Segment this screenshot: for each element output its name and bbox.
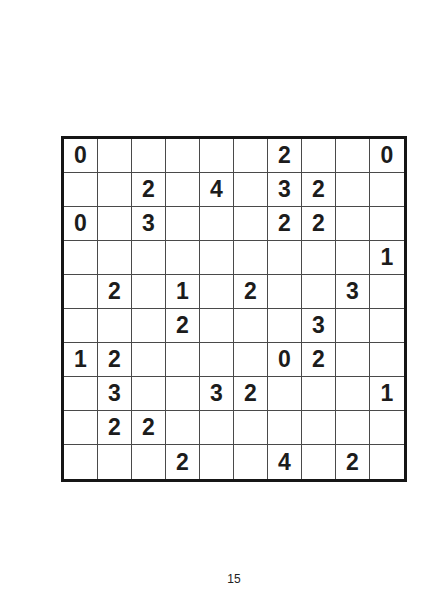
cell-r1c2[interactable] xyxy=(98,139,132,173)
cell-r2c10[interactable] xyxy=(370,173,404,207)
cell-r6c10[interactable] xyxy=(370,309,404,343)
cell-r10c1[interactable] xyxy=(64,445,98,479)
cell-r6c9[interactable] xyxy=(336,309,370,343)
cell-r7c3[interactable] xyxy=(132,343,166,377)
cell-r9c8[interactable] xyxy=(302,411,336,445)
cell-r8c3[interactable] xyxy=(132,377,166,411)
cell-r8c7[interactable] xyxy=(268,377,302,411)
cell-r3c5[interactable] xyxy=(200,207,234,241)
cell-r3c7[interactable]: 2 xyxy=(268,207,302,241)
cell-r4c10[interactable]: 1 xyxy=(370,241,404,275)
cell-r8c6[interactable]: 2 xyxy=(234,377,268,411)
cell-r4c9[interactable] xyxy=(336,241,370,275)
cell-r9c2[interactable]: 2 xyxy=(98,411,132,445)
cell-r3c8[interactable]: 2 xyxy=(302,207,336,241)
cell-r6c4[interactable]: 2 xyxy=(166,309,200,343)
cell-r10c2[interactable] xyxy=(98,445,132,479)
cell-r1c5[interactable] xyxy=(200,139,234,173)
cell-r10c7[interactable]: 4 xyxy=(268,445,302,479)
cell-r6c7[interactable] xyxy=(268,309,302,343)
cell-r8c2[interactable]: 3 xyxy=(98,377,132,411)
cell-r1c4[interactable] xyxy=(166,139,200,173)
cell-r4c1[interactable] xyxy=(64,241,98,275)
cell-r5c6[interactable]: 2 xyxy=(234,275,268,309)
cell-r2c5[interactable]: 4 xyxy=(200,173,234,207)
cell-r9c7[interactable] xyxy=(268,411,302,445)
cell-r8c5[interactable]: 3 xyxy=(200,377,234,411)
cell-r7c9[interactable] xyxy=(336,343,370,377)
cell-r2c6[interactable] xyxy=(234,173,268,207)
cell-r3c1[interactable]: 0 xyxy=(64,207,98,241)
cell-r6c8[interactable]: 3 xyxy=(302,309,336,343)
cell-r7c10[interactable] xyxy=(370,343,404,377)
cell-r5c5[interactable] xyxy=(200,275,234,309)
cell-r3c4[interactable] xyxy=(166,207,200,241)
cell-r6c1[interactable] xyxy=(64,309,98,343)
cell-r6c6[interactable] xyxy=(234,309,268,343)
cell-r9c10[interactable] xyxy=(370,411,404,445)
cell-r2c2[interactable] xyxy=(98,173,132,207)
cell-r4c8[interactable] xyxy=(302,241,336,275)
cell-r10c8[interactable] xyxy=(302,445,336,479)
cell-r7c7[interactable]: 0 xyxy=(268,343,302,377)
cell-r5c4[interactable]: 1 xyxy=(166,275,200,309)
cell-r9c1[interactable] xyxy=(64,411,98,445)
cell-r10c4[interactable]: 2 xyxy=(166,445,200,479)
cell-r2c3[interactable]: 2 xyxy=(132,173,166,207)
cell-r5c8[interactable] xyxy=(302,275,336,309)
cell-r8c9[interactable] xyxy=(336,377,370,411)
cell-r10c6[interactable] xyxy=(234,445,268,479)
cell-r5c2[interactable]: 2 xyxy=(98,275,132,309)
cell-r4c3[interactable] xyxy=(132,241,166,275)
cell-r4c6[interactable] xyxy=(234,241,268,275)
cell-r10c10[interactable] xyxy=(370,445,404,479)
cell-r4c4[interactable] xyxy=(166,241,200,275)
cell-r3c10[interactable] xyxy=(370,207,404,241)
cell-r4c2[interactable] xyxy=(98,241,132,275)
cell-r5c10[interactable] xyxy=(370,275,404,309)
cell-r8c10[interactable]: 1 xyxy=(370,377,404,411)
cell-r8c1[interactable] xyxy=(64,377,98,411)
cell-r7c5[interactable] xyxy=(200,343,234,377)
cell-r1c9[interactable] xyxy=(336,139,370,173)
cell-r9c3[interactable]: 2 xyxy=(132,411,166,445)
cell-r4c7[interactable] xyxy=(268,241,302,275)
book-page: 0202432032212123231202332122242 15 xyxy=(0,0,446,608)
cell-r4c5[interactable] xyxy=(200,241,234,275)
cell-r5c1[interactable] xyxy=(64,275,98,309)
cell-r1c1[interactable]: 0 xyxy=(64,139,98,173)
cell-r5c3[interactable] xyxy=(132,275,166,309)
cell-r8c4[interactable] xyxy=(166,377,200,411)
cell-r1c8[interactable] xyxy=(302,139,336,173)
cell-r5c7[interactable] xyxy=(268,275,302,309)
cell-r2c7[interactable]: 3 xyxy=(268,173,302,207)
cell-r9c4[interactable] xyxy=(166,411,200,445)
cell-r9c5[interactable] xyxy=(200,411,234,445)
cell-r9c6[interactable] xyxy=(234,411,268,445)
cell-r7c6[interactable] xyxy=(234,343,268,377)
cell-r1c6[interactable] xyxy=(234,139,268,173)
cell-r7c4[interactable] xyxy=(166,343,200,377)
cell-r2c9[interactable] xyxy=(336,173,370,207)
cell-r10c9[interactable]: 2 xyxy=(336,445,370,479)
cell-r2c1[interactable] xyxy=(64,173,98,207)
cell-r6c3[interactable] xyxy=(132,309,166,343)
cell-r6c5[interactable] xyxy=(200,309,234,343)
cell-r7c1[interactable]: 1 xyxy=(64,343,98,377)
cell-r2c4[interactable] xyxy=(166,173,200,207)
cell-r6c2[interactable] xyxy=(98,309,132,343)
cell-r1c3[interactable] xyxy=(132,139,166,173)
cell-r9c9[interactable] xyxy=(336,411,370,445)
cell-r10c3[interactable] xyxy=(132,445,166,479)
cell-r2c8[interactable]: 2 xyxy=(302,173,336,207)
cell-r1c10[interactable]: 0 xyxy=(370,139,404,173)
cell-r7c2[interactable]: 2 xyxy=(98,343,132,377)
cell-r3c3[interactable]: 3 xyxy=(132,207,166,241)
cell-r8c8[interactable] xyxy=(302,377,336,411)
puzzle-grid: 0202432032212123231202332122242 xyxy=(61,136,407,482)
cell-r10c5[interactable] xyxy=(200,445,234,479)
cell-r7c8[interactable]: 2 xyxy=(302,343,336,377)
cell-r3c2[interactable] xyxy=(98,207,132,241)
cell-r3c6[interactable] xyxy=(234,207,268,241)
page-number: 15 xyxy=(61,572,407,586)
cell-r5c9[interactable]: 3 xyxy=(336,275,370,309)
cell-r1c7[interactable]: 2 xyxy=(268,139,302,173)
cell-r3c9[interactable] xyxy=(336,207,370,241)
